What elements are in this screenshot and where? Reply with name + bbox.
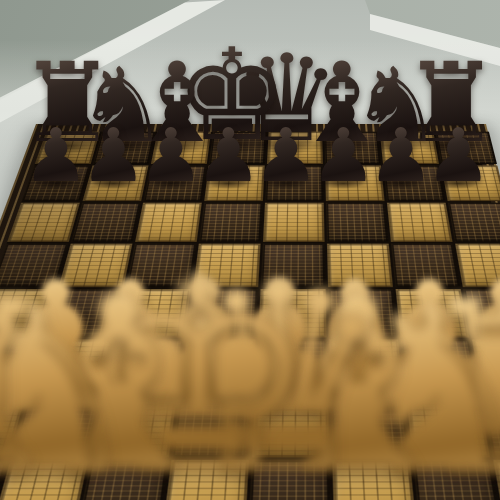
square-g7 xyxy=(11,396,101,457)
square-d8 xyxy=(248,460,331,500)
square-a5 xyxy=(463,289,500,338)
square-b8 xyxy=(413,460,500,500)
square-c2 xyxy=(325,165,385,201)
square-g2 xyxy=(82,165,148,201)
square-g4 xyxy=(59,244,133,288)
square-b2 xyxy=(383,165,445,201)
square-e2 xyxy=(204,165,265,201)
square-b6 xyxy=(401,339,479,393)
square-e6 xyxy=(180,339,256,393)
square-g8 xyxy=(0,460,88,500)
square-d6 xyxy=(255,339,328,393)
square-e3 xyxy=(199,203,263,242)
square-f3 xyxy=(135,203,202,242)
square-f1 xyxy=(151,132,211,165)
square-a2 xyxy=(441,165,500,201)
square-h4 xyxy=(0,244,68,288)
square-h1 xyxy=(35,132,100,165)
square-c1 xyxy=(324,132,381,165)
square-e7 xyxy=(172,396,253,457)
square-g5 xyxy=(45,289,124,338)
square-g1 xyxy=(93,132,156,165)
square-g3 xyxy=(71,203,141,242)
square-f2 xyxy=(143,165,206,201)
square-f4 xyxy=(126,244,197,288)
square-c5 xyxy=(328,289,398,338)
square-e1 xyxy=(209,132,267,165)
square-b3 xyxy=(387,203,453,242)
square-b4 xyxy=(391,244,460,288)
square-f5 xyxy=(116,289,191,338)
square-c3 xyxy=(326,203,389,242)
square-e8 xyxy=(163,460,249,500)
chess-board xyxy=(0,124,500,500)
square-g6 xyxy=(29,339,113,393)
square-a4 xyxy=(455,244,500,288)
square-d2 xyxy=(265,165,324,201)
square-d4 xyxy=(261,244,326,288)
square-b7 xyxy=(406,396,490,457)
square-e5 xyxy=(187,289,258,338)
photo-scene: ♜♞♝♛♚♝♞♜♟♟♟♟♟♟♟♟♟♟♟♟♟♟♟♟♜♞♝♛♚♝♞♜ xyxy=(0,0,500,500)
square-a3 xyxy=(448,203,500,242)
square-c7 xyxy=(331,396,410,457)
square-e4 xyxy=(193,244,260,288)
square-f7 xyxy=(91,396,176,457)
square-b5 xyxy=(396,289,469,338)
square-c6 xyxy=(329,339,403,393)
board-perspective-wrapper xyxy=(0,0,500,500)
square-f8 xyxy=(77,460,169,500)
square-b1 xyxy=(380,132,439,165)
square-h2 xyxy=(22,165,91,201)
square-c8 xyxy=(332,460,416,500)
square-h3 xyxy=(7,203,80,242)
square-c4 xyxy=(327,244,393,288)
square-d7 xyxy=(252,396,329,457)
square-d5 xyxy=(258,289,327,338)
square-a1 xyxy=(435,132,497,165)
square-d1 xyxy=(267,132,323,165)
board-grid xyxy=(0,132,500,500)
square-f6 xyxy=(104,339,184,393)
square-d3 xyxy=(263,203,325,242)
